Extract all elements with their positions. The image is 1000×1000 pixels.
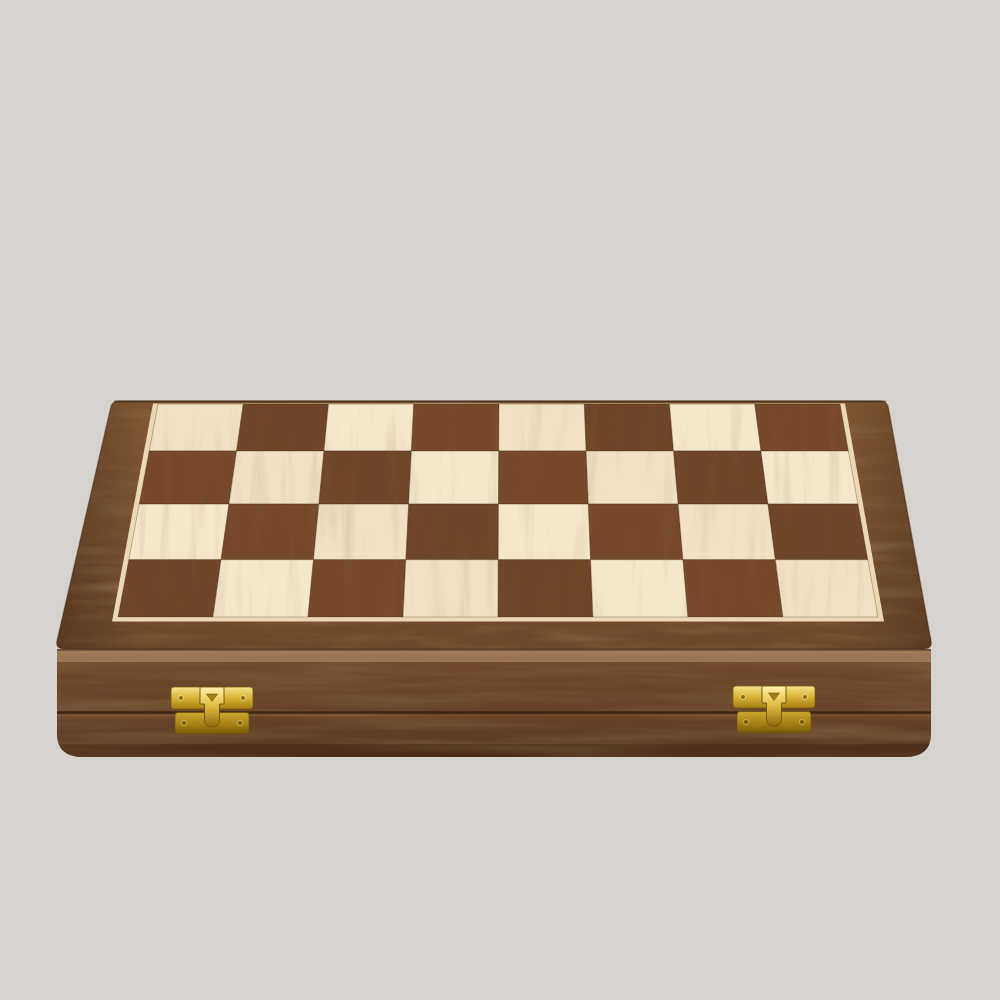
clasp-screw xyxy=(181,720,186,725)
clasp-screw xyxy=(237,720,242,725)
clasp-screw xyxy=(802,694,807,699)
lid-front-bevel-highlight xyxy=(57,649,931,662)
box-top-face xyxy=(50,396,940,656)
clasp-screw xyxy=(178,695,183,700)
clasp-screw xyxy=(743,719,748,724)
clasp-screw xyxy=(799,719,804,724)
chess-box-photo xyxy=(0,0,1000,1000)
clasp-screw xyxy=(740,694,745,699)
product-photo-stage xyxy=(0,0,1000,1000)
clasp-screw xyxy=(240,695,245,700)
